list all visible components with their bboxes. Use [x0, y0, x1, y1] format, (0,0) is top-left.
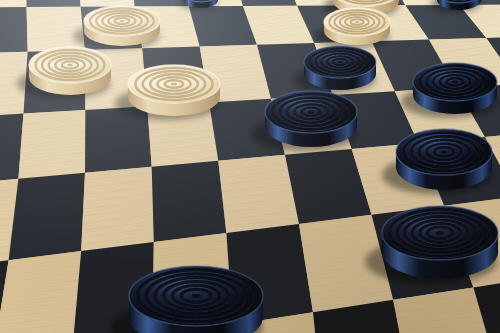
checkers-board-photo [0, 0, 500, 333]
board-scene [0, 0, 500, 333]
vignette-overlay [0, 0, 500, 333]
